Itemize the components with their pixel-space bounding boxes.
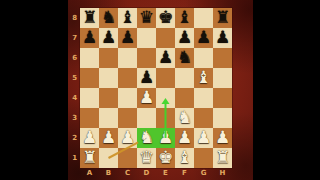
black-pawn-piece: ♟ <box>196 29 211 46</box>
black-pawn-piece: ♟ <box>101 29 116 46</box>
white-knight-piece: ♞ <box>177 109 192 126</box>
rank-label-4: 4 <box>68 88 79 108</box>
white-pawn-piece: ♟ <box>196 129 211 146</box>
square-a5 <box>80 68 99 88</box>
black-pawn-piece: ♟ <box>177 29 192 46</box>
square-f1: ♝ <box>175 148 194 168</box>
square-d6 <box>137 48 156 68</box>
square-d4: ♟ <box>137 88 156 108</box>
square-g8 <box>194 8 213 28</box>
square-b1 <box>99 148 118 168</box>
square-f2: ♟ <box>175 128 194 148</box>
square-h2: ♟ <box>213 128 232 148</box>
square-c3 <box>118 108 137 128</box>
white-knight-piece: ♞ <box>139 129 154 146</box>
square-e1: ♚ <box>156 148 175 168</box>
square-g2: ♟ <box>194 128 213 148</box>
square-c5 <box>118 68 137 88</box>
rank-label-8: 8 <box>68 8 79 28</box>
square-h4 <box>213 88 232 108</box>
white-rook-piece: ♜ <box>215 149 230 166</box>
square-b4 <box>99 88 118 108</box>
file-label-g: G <box>194 167 213 179</box>
white-pawn-piece: ♟ <box>177 129 192 146</box>
black-pawn-piece: ♟ <box>139 69 154 86</box>
square-h5 <box>213 68 232 88</box>
square-h8: ♜ <box>213 8 232 28</box>
file-label-f: F <box>175 167 194 179</box>
rank-label-6: 6 <box>68 48 79 68</box>
white-king-piece: ♚ <box>158 149 173 166</box>
square-b8: ♞ <box>99 8 118 28</box>
square-f8: ♝ <box>175 8 194 28</box>
letterbox-left <box>0 0 68 180</box>
square-d3 <box>137 108 156 128</box>
square-f5 <box>175 68 194 88</box>
square-a6 <box>80 48 99 68</box>
square-d5: ♟ <box>137 68 156 88</box>
square-h6 <box>213 48 232 68</box>
black-knight-piece: ♞ <box>177 49 192 66</box>
square-f3: ♞ <box>175 108 194 128</box>
white-bishop-piece: ♝ <box>196 69 211 86</box>
square-g3 <box>194 108 213 128</box>
square-g5: ♝ <box>194 68 213 88</box>
chess-scene: 87654321 ♜♞♝♛♚♝♜♟♟♟♟♟♟♟♞♟♝♟♞♟♟♟♞♟♟♟♟♜♛♚♝… <box>68 0 253 180</box>
square-d7 <box>137 28 156 48</box>
square-e6: ♟ <box>156 48 175 68</box>
square-h3 <box>213 108 232 128</box>
square-c8: ♝ <box>118 8 137 28</box>
white-pawn-piece: ♟ <box>120 129 135 146</box>
white-pawn-piece: ♟ <box>101 129 116 146</box>
rank-label-5: 5 <box>68 68 79 88</box>
square-e7 <box>156 28 175 48</box>
square-b2: ♟ <box>99 128 118 148</box>
square-f6: ♞ <box>175 48 194 68</box>
square-b7: ♟ <box>99 28 118 48</box>
square-b5 <box>99 68 118 88</box>
file-label-b: B <box>99 167 118 179</box>
square-d2: ♞ <box>137 128 156 148</box>
square-h7: ♟ <box>213 28 232 48</box>
black-bishop-piece: ♝ <box>177 9 192 26</box>
black-queen-piece: ♛ <box>139 9 154 26</box>
square-g4 <box>194 88 213 108</box>
square-a3 <box>80 108 99 128</box>
chess-board: ♜♞♝♛♚♝♜♟♟♟♟♟♟♟♞♟♝♟♞♟♟♟♞♟♟♟♟♜♛♚♝♜ <box>80 8 232 168</box>
square-b3 <box>99 108 118 128</box>
square-e8: ♚ <box>156 8 175 28</box>
rank-label-7: 7 <box>68 28 79 48</box>
square-a8: ♜ <box>80 8 99 28</box>
square-e4 <box>156 88 175 108</box>
letterbox-right <box>253 0 320 180</box>
white-rook-piece: ♜ <box>82 149 97 166</box>
square-g1 <box>194 148 213 168</box>
square-a1: ♜ <box>80 148 99 168</box>
black-pawn-piece: ♟ <box>120 29 135 46</box>
square-d1: ♛ <box>137 148 156 168</box>
square-c4 <box>118 88 137 108</box>
black-rook-piece: ♜ <box>82 9 97 26</box>
square-e3 <box>156 108 175 128</box>
white-bishop-piece: ♝ <box>177 149 192 166</box>
black-knight-piece: ♞ <box>101 9 116 26</box>
square-a4 <box>80 88 99 108</box>
square-c1 <box>118 148 137 168</box>
video-frame: 87654321 ♜♞♝♛♚♝♜♟♟♟♟♟♟♟♞♟♝♟♞♟♟♟♞♟♟♟♟♜♛♚♝… <box>0 0 320 180</box>
white-pawn-piece: ♟ <box>158 129 173 146</box>
file-label-h: H <box>213 167 232 179</box>
black-pawn-piece: ♟ <box>215 29 230 46</box>
rank-label-2: 2 <box>68 128 79 148</box>
white-pawn-piece: ♟ <box>215 129 230 146</box>
square-c2: ♟ <box>118 128 137 148</box>
file-label-c: C <box>118 167 137 179</box>
black-rook-piece: ♜ <box>215 9 230 26</box>
black-bishop-piece: ♝ <box>120 9 135 26</box>
rank-label-1: 1 <box>68 148 79 168</box>
square-e5 <box>156 68 175 88</box>
white-pawn-piece: ♟ <box>82 129 97 146</box>
black-pawn-piece: ♟ <box>158 49 173 66</box>
square-c6 <box>118 48 137 68</box>
rank-label-3: 3 <box>68 108 79 128</box>
file-label-d: D <box>137 167 156 179</box>
white-queen-piece: ♛ <box>139 149 154 166</box>
file-label-e: E <box>156 167 175 179</box>
square-c7: ♟ <box>118 28 137 48</box>
black-pawn-piece: ♟ <box>82 29 97 46</box>
square-f4 <box>175 88 194 108</box>
rank-labels: 87654321 <box>68 8 79 168</box>
file-labels: ABCDEFGH <box>80 167 232 179</box>
white-pawn-piece: ♟ <box>139 89 154 106</box>
square-b6 <box>99 48 118 68</box>
square-g6 <box>194 48 213 68</box>
square-a2: ♟ <box>80 128 99 148</box>
file-label-a: A <box>80 167 99 179</box>
square-g7: ♟ <box>194 28 213 48</box>
square-f7: ♟ <box>175 28 194 48</box>
square-h1: ♜ <box>213 148 232 168</box>
square-e2: ♟ <box>156 128 175 148</box>
square-d8: ♛ <box>137 8 156 28</box>
square-a7: ♟ <box>80 28 99 48</box>
black-king-piece: ♚ <box>158 9 173 26</box>
